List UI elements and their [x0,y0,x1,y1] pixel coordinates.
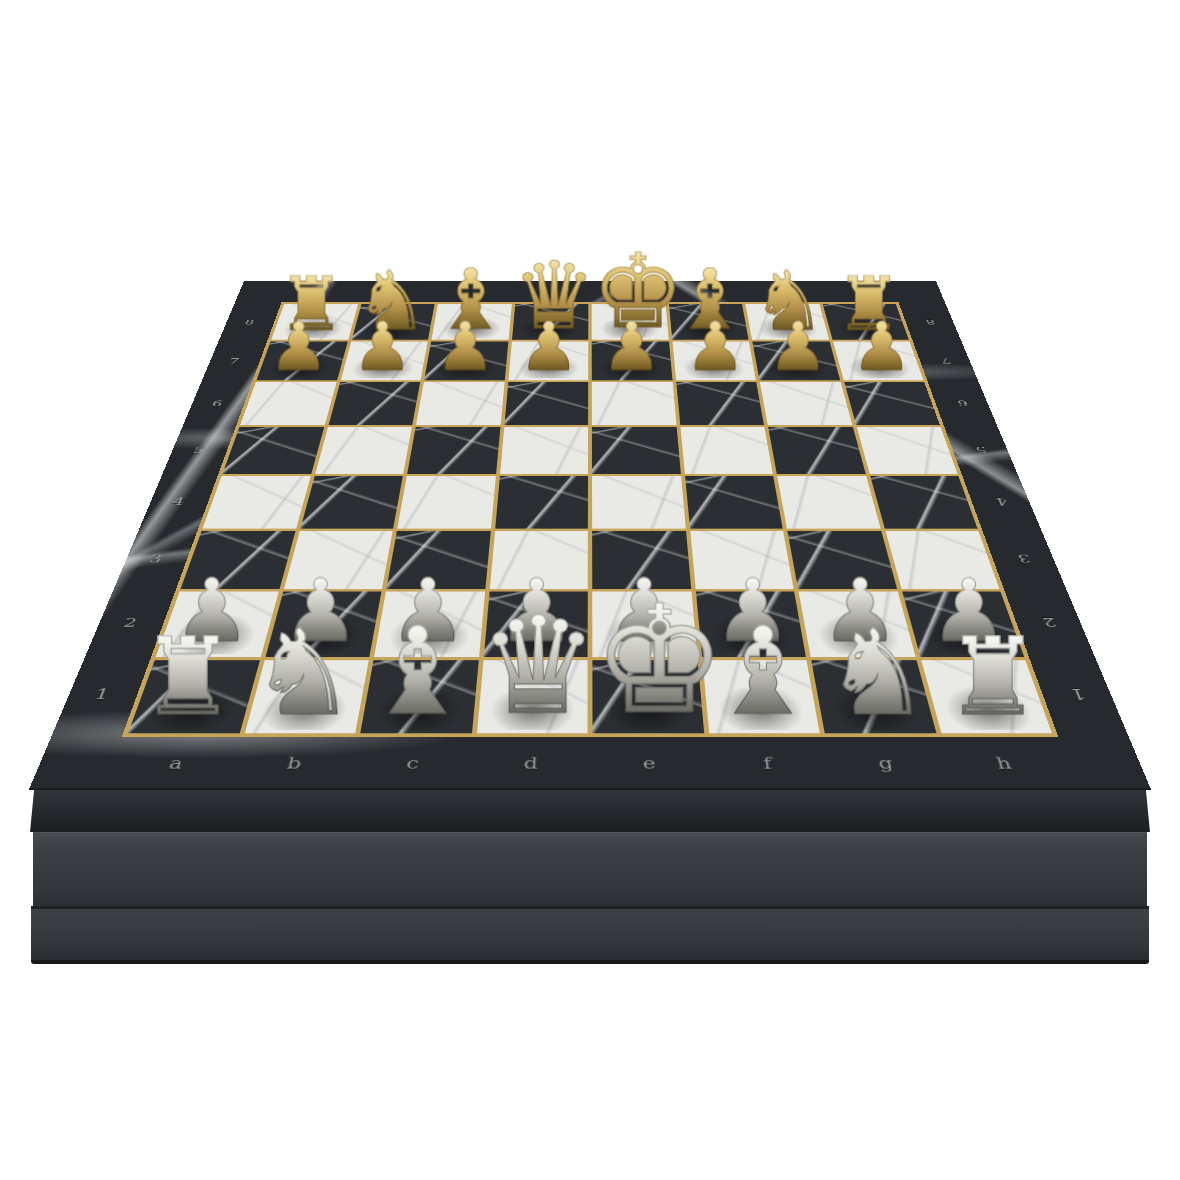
file-label-g: g [824,748,949,779]
square-f6 [676,382,764,425]
square-e5 [592,427,680,474]
rank-label-6: 6 [937,382,990,426]
square-g2: ♟ [799,592,915,657]
square-g8: ♞ [745,304,828,340]
square-b5 [315,427,412,474]
square-d7: ♟ [508,341,588,380]
square-d4 [495,476,588,528]
chess-set-photo: 87654321 87654321 abcdefgh ♜♞♝♛♚♝♞♜♟♟♟♟♟… [0,0,1180,1180]
square-e6 [592,382,676,425]
piece-glyph: ♝ [672,267,747,334]
square-c7: ♟ [424,341,508,380]
square-g3 [787,531,896,589]
rank-label-4: 4 [972,475,1033,529]
rank-label-7: 7 [921,341,971,382]
square-h7: ♟ [833,341,924,380]
square-b1: ♞ [244,660,369,733]
piece-gold-knight: ♞ [353,268,429,333]
square-a5 [222,427,323,474]
square-f4 [685,476,783,528]
file-label-e: e [590,748,710,779]
square-a2: ♟ [156,592,278,657]
square-e3 [592,531,691,589]
piece-gold-bishop: ♝ [433,267,509,334]
square-d5 [500,427,588,474]
chess-board: 87654321 87654321 abcdefgh ♜♞♝♛♚♝♞♜♟♟♟♟♟… [29,281,1150,788]
square-a1: ♜ [128,660,259,733]
square-e4 [592,476,685,528]
piece-gold-knight: ♞ [751,268,827,333]
piece-gold-rook: ♜ [830,274,906,333]
square-a3 [181,531,296,589]
file-label-c: c [351,748,473,779]
square-d8: ♛ [512,304,589,340]
square-e7: ♟ [592,341,672,380]
square-b6 [328,382,420,425]
square-c8: ♝ [431,304,511,340]
square-f7: ♟ [672,341,756,380]
piece-glyph: ♞ [354,268,427,333]
square-f1: ♝ [702,660,820,733]
square-c2: ♟ [374,592,484,657]
square-b2: ♟ [265,592,381,657]
square-g7: ♟ [752,341,839,380]
square-a6 [240,382,336,425]
square-f5 [680,427,773,474]
square-d1: ♛ [476,660,587,733]
square-h6 [844,382,940,425]
square-h5 [856,427,957,474]
board-grid: ♜♞♝♛♚♝♞♜♟♟♟♟♟♟♟♟♟♟♟♟♟♟♟♟♜♞♝♛♚♝♞♜ [122,302,1059,736]
scene: 87654321 87654321 abcdefgh ♜♞♝♛♚♝♞♜♟♟♟♟♟… [0,0,1180,1180]
file-label-b: b [231,748,356,779]
piece-glyph: ♞ [752,268,825,333]
square-e8: ♚ [592,304,669,340]
square-c1: ♝ [360,660,478,733]
rank-label-8: 8 [907,304,954,341]
square-a4 [203,476,311,528]
square-b7: ♟ [340,341,427,380]
piece-gold-bishop: ♝ [671,267,747,334]
square-h4 [870,476,978,528]
piece-glyph: ♛ [512,259,595,333]
piece-glyph: ♞ [250,626,356,720]
square-d2: ♟ [483,592,588,657]
square-b4 [300,476,403,528]
file-label-h: h [940,748,1068,779]
rank-label-3: 3 [122,529,187,589]
file-label-d: d [470,748,590,779]
rank-label-5: 5 [954,426,1010,475]
rank-label-4: 4 [147,475,208,529]
rank-label-5: 5 [170,426,226,475]
square-g4 [777,476,880,528]
square-h1: ♜ [921,660,1052,733]
file-label-a: a [111,748,239,779]
piece-silver-knight: ♞ [248,626,358,720]
square-d6 [504,382,588,425]
square-a7: ♟ [256,341,347,380]
rank-label-6: 6 [190,382,243,426]
rank-label-8: 8 [226,304,273,341]
square-e2: ♟ [592,592,697,657]
piece-glyph: ♜ [835,274,901,333]
square-d3 [489,531,588,589]
rank-label-3: 3 [992,529,1057,589]
square-g1: ♞ [811,660,936,733]
piece-gold-rook: ♜ [274,274,350,333]
square-f3 [690,531,794,589]
square-b3 [283,531,392,589]
piece-glyph: ♜ [278,274,344,333]
square-c5 [407,427,500,474]
square-f8: ♝ [669,304,749,340]
square-c6 [416,382,504,425]
square-g6 [760,382,852,425]
piece-gold-king: ♚ [592,251,668,334]
square-c3 [386,531,490,589]
square-h3 [885,531,1000,589]
piece-glyph: ♝ [433,267,508,334]
rank-label-7: 7 [209,341,259,382]
square-h2: ♟ [902,592,1024,657]
square-e1: ♚ [592,660,703,733]
square-a8: ♜ [271,304,357,340]
piece-glyph: ♞ [824,626,930,720]
file-labels-bottom: abcdefgh [111,748,1068,779]
piece-gold-queen: ♛ [512,259,588,333]
file-label-f: f [707,748,829,779]
square-h8: ♜ [822,304,908,340]
square-c4 [397,476,495,528]
piece-silver-knight: ♞ [822,626,932,720]
square-b8: ♞ [351,304,434,340]
rank-label-2: 2 [1015,590,1085,658]
square-f2: ♟ [695,592,805,657]
square-g5 [768,427,865,474]
